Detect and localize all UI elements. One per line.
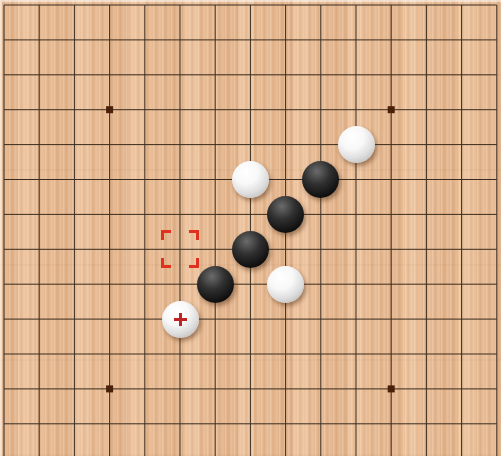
star-point: [106, 106, 113, 113]
board-grid: [0, 0, 501, 456]
star-point: [388, 385, 395, 392]
black-stone: [197, 266, 234, 303]
star-point: [388, 106, 395, 113]
white-stone: [267, 266, 304, 303]
black-stone: [232, 231, 269, 268]
black-stone: [267, 196, 304, 233]
white-stone: [162, 301, 199, 338]
last-move-cross-icon: [174, 313, 187, 326]
star-point: [106, 385, 113, 392]
gomoku-board[interactable]: [0, 0, 501, 456]
corner-brackets-icon: [161, 230, 199, 268]
white-stone: [232, 161, 269, 198]
white-stone: [338, 126, 375, 163]
